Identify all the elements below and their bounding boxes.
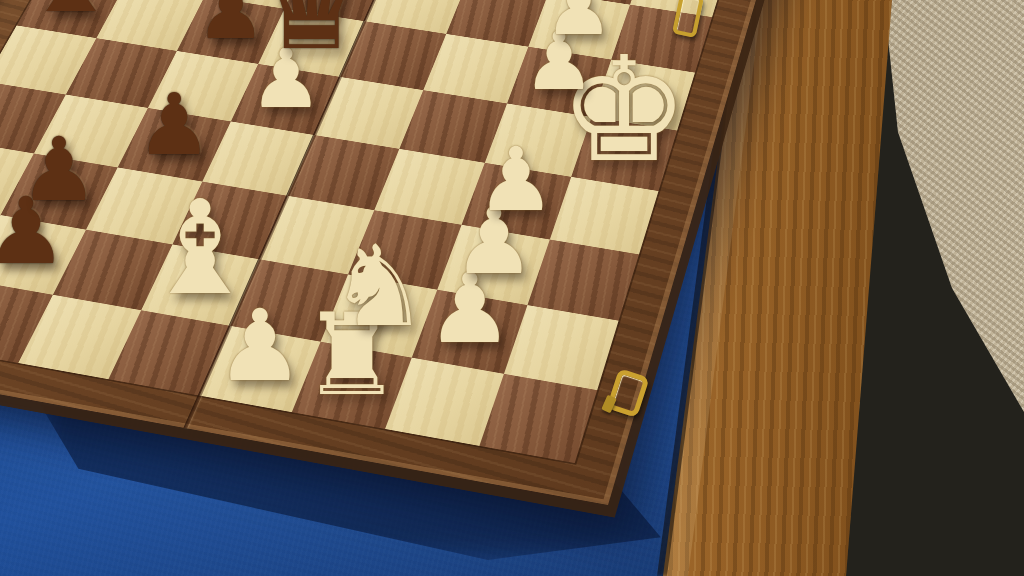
piece-black-queen-f5[interactable]: ♛ bbox=[254, 0, 371, 68]
piece-white-pawn-a4[interactable]: ♟ bbox=[216, 296, 305, 395]
piece-white-knight-b3[interactable]: ♞ bbox=[329, 230, 429, 342]
piece-white-pawn-d2[interactable]: ♟ bbox=[477, 136, 556, 224]
piece-black-pawn-c7[interactable]: ♟ bbox=[20, 126, 99, 214]
piece-white-pawn-g2[interactable]: ♟ bbox=[544, 0, 613, 46]
photo-stage: ♚♜♞♝♟♟♟♟♟♟♟♛♝♟♟♟♟ bbox=[0, 0, 1024, 576]
piece-black-pawn-d6[interactable]: ♟ bbox=[136, 82, 212, 167]
piece-black-pawn-f6[interactable]: ♟ bbox=[196, 0, 266, 50]
piece-black-bishop-f8[interactable]: ♝ bbox=[23, 0, 118, 28]
